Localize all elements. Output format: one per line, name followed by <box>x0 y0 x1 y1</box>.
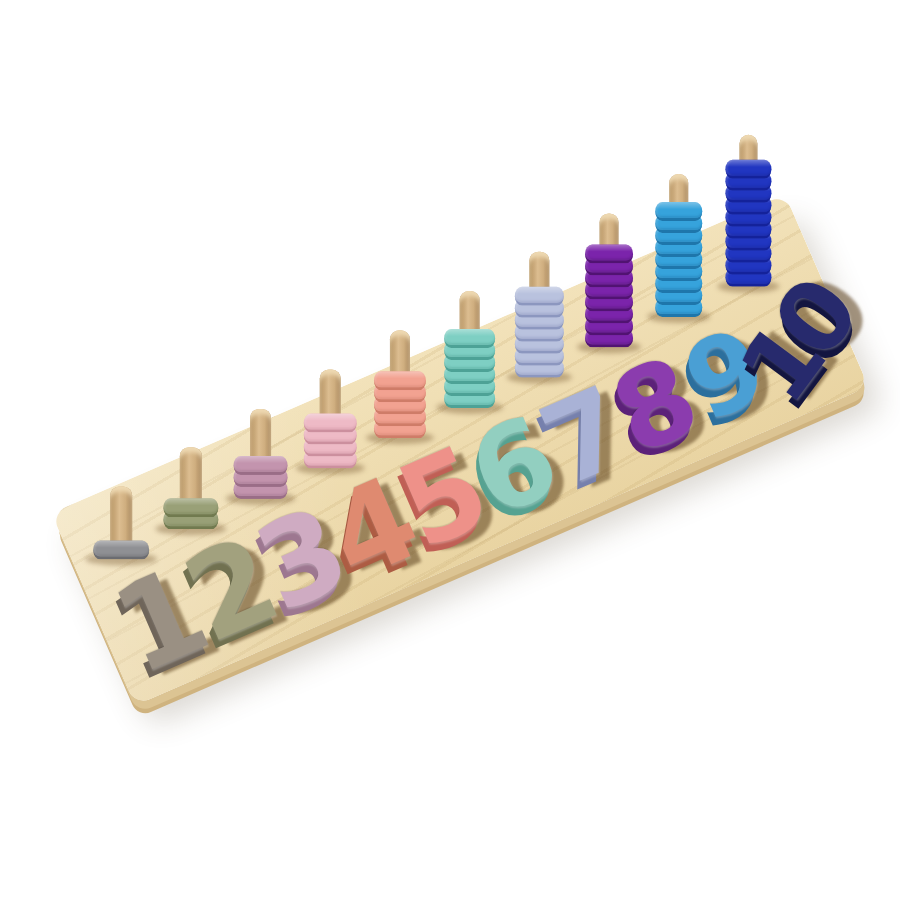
peg-stack-4[interactable] <box>290 368 370 473</box>
stacking-ring[interactable] <box>655 202 702 221</box>
peg-stack-9[interactable] <box>639 172 719 321</box>
stacking-ring[interactable] <box>304 414 357 433</box>
stacking-ring[interactable] <box>93 541 149 560</box>
stacking-ring[interactable] <box>234 456 288 475</box>
peg-stack-5[interactable] <box>360 328 440 442</box>
stacking-ring[interactable] <box>515 287 564 306</box>
stacking-ring[interactable] <box>725 160 771 179</box>
peg-stack-2[interactable] <box>151 445 231 533</box>
stacking-ring[interactable] <box>585 244 633 263</box>
puzzle-board: 111222333444555666777888999101010 <box>51 194 868 706</box>
peg-stack-6[interactable] <box>430 289 510 412</box>
peg-stack-8[interactable] <box>569 211 649 351</box>
stacking-ring[interactable] <box>444 329 495 348</box>
peg-stack-10[interactable] <box>708 133 788 291</box>
peg-stack-7[interactable] <box>499 250 579 382</box>
peg-stack-1[interactable] <box>81 485 161 564</box>
product-photo: 111222333444555666777888999101010 <box>0 0 900 900</box>
peg-stack-3[interactable] <box>221 407 301 503</box>
stacking-ring[interactable] <box>374 371 426 390</box>
stacking-ring[interactable] <box>163 498 218 517</box>
